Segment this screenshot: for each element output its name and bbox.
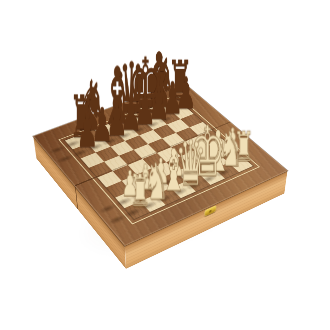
piece-glyph: ♜: [126, 169, 153, 213]
brass-clasp-icon: [205, 205, 217, 217]
piece-glyph: ♟: [75, 107, 98, 154]
product-photo-chess-set: ♜♞♝♛♚♝♞♜♟♟♟♟♟♟♟♟♟♟♟♟♟♟♟♟♜♞♝♛♚♝♞♜: [0, 0, 330, 330]
